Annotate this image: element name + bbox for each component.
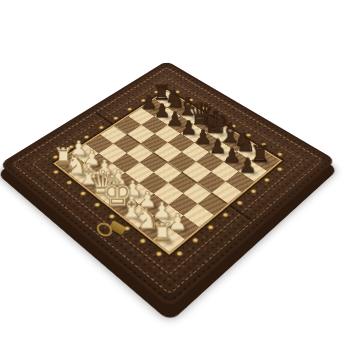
chess-box: ♜♞♝♛♚♝♞♜♟♟♟♟♟♟♟♟♟♟♟♟♟♟♟♟♜♞♝♛♚♝♞♜ [0, 61, 336, 308]
piece-black-pawn: ♟ [238, 156, 256, 174]
carved-border: ♜♞♝♛♚♝♞♜♟♟♟♟♟♟♟♟♟♟♟♟♟♟♟♟♜♞♝♛♚♝♞♜ [0, 61, 336, 308]
board-field: ♜♞♝♛♚♝♞♜♟♟♟♟♟♟♟♟♟♟♟♟♟♟♟♟♜♞♝♛♚♝♞♜ [56, 91, 279, 252]
scene: ♜♞♝♛♚♝♞♜♟♟♟♟♟♟♟♟♟♟♟♟♟♟♟♟♜♞♝♛♚♝♞♜ [0, 0, 350, 350]
product-photo: ♜♞♝♛♚♝♞♜♟♟♟♟♟♟♟♟♟♟♟♟♟♟♟♟♜♞♝♛♚♝♞♜ [0, 0, 350, 350]
piece-white-rook: ♜ [151, 221, 174, 244]
square-f5 [182, 162, 210, 182]
